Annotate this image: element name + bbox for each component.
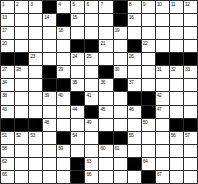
white-square[interactable]: 6 [85,1,98,13]
white-square[interactable]: 21 [99,40,112,52]
clue-number: 44 [72,106,77,112]
black-square [128,92,141,104]
clue-number: 14 [44,14,49,20]
black-square [57,79,70,91]
white-square[interactable] [57,158,70,170]
clue-number: 55 [129,132,134,138]
clue-number: 45 [100,106,105,112]
white-square[interactable] [184,40,197,52]
white-square[interactable]: 13 [1,14,14,26]
clue-number: 66 [86,171,91,177]
white-square[interactable]: 64 [142,158,155,170]
white-square[interactable]: 48 [43,119,56,131]
clue-number: 28 [16,66,21,72]
white-square[interactable] [170,158,183,170]
white-square[interactable]: 49 [85,119,98,131]
white-square[interactable] [15,27,28,39]
black-square [15,119,28,131]
white-square[interactable]: 42 [156,92,169,104]
clue-number: 19 [115,27,120,33]
white-square[interactable] [85,132,98,144]
white-square[interactable] [85,79,98,91]
clue-number: 49 [86,119,91,125]
clue-number: 5 [72,1,74,7]
white-square[interactable]: 55 [128,132,141,144]
white-square[interactable] [29,106,42,118]
white-square[interactable] [29,171,42,183]
white-square[interactable]: 62 [1,158,14,170]
clue-number: 16 [129,14,134,20]
white-square[interactable] [128,27,141,39]
black-square [43,66,56,78]
white-square[interactable] [15,92,28,104]
white-square[interactable] [85,27,98,39]
clue-number: 25 [86,53,91,59]
clue-number: 56 [171,132,176,138]
white-square[interactable] [170,27,183,39]
black-square [71,40,84,52]
white-square[interactable] [128,171,141,183]
white-square[interactable] [170,106,183,118]
white-square[interactable] [29,40,42,52]
clue-number: 29 [58,66,63,72]
black-square [142,106,155,118]
white-square[interactable] [142,66,155,78]
white-square[interactable] [156,79,169,91]
white-square[interactable]: 47 [156,106,169,118]
black-square [184,119,197,131]
white-square[interactable]: 34 [1,79,14,91]
white-square[interactable] [184,14,197,26]
clue-number: 13 [2,14,7,20]
clue-number: 21 [100,40,105,46]
clue-number: 34 [2,79,7,85]
clue-number: 15 [72,14,77,20]
white-square[interactable] [43,171,56,183]
white-square[interactable] [99,119,112,131]
white-square[interactable] [170,79,183,91]
clue-number: 52 [16,132,21,138]
clue-number: 50 [143,119,148,125]
white-square[interactable]: 63 [85,158,98,170]
white-square[interactable]: 23 [29,53,42,65]
white-square[interactable] [156,27,169,39]
white-square[interactable] [99,14,112,26]
white-square[interactable]: 40 [57,92,70,104]
black-square [29,119,42,131]
white-square[interactable]: 5 [71,1,84,13]
clue-number: 22 [143,40,148,46]
white-square[interactable] [142,27,155,39]
white-square[interactable] [15,145,28,157]
clue-number: 6 [86,1,88,7]
white-square[interactable]: 44 [71,106,84,118]
black-square [57,14,70,26]
clue-number: 54 [72,132,77,138]
white-square[interactable]: 43 [1,106,14,118]
clue-number: 4 [58,1,60,7]
white-square[interactable] [170,171,183,183]
white-square[interactable] [142,14,155,26]
black-square [114,14,127,26]
white-square[interactable] [128,66,141,78]
white-square[interactable]: 67 [156,171,169,183]
white-square[interactable]: 52 [15,132,28,144]
clue-number: 30 [115,66,120,72]
white-square[interactable]: 38 [1,92,14,104]
white-square[interactable] [184,27,197,39]
white-square[interactable]: 22 [142,40,155,52]
white-square[interactable]: 66 [85,171,98,183]
white-square[interactable]: 59 [57,145,70,157]
white-square[interactable]: 54 [71,132,84,144]
white-square[interactable] [71,66,84,78]
white-square[interactable]: 27 [1,66,14,78]
clue-number: 31 [157,66,162,72]
white-square[interactable] [15,40,28,52]
clue-number: 9 [143,1,145,7]
black-square [99,132,112,144]
white-square[interactable]: 16 [128,14,141,26]
white-square[interactable] [43,53,56,65]
white-square[interactable]: 51 [1,132,14,144]
clue-number: 26 [129,53,134,59]
white-square[interactable]: 1 [1,1,14,13]
white-square[interactable]: 8 [128,1,141,13]
white-square[interactable]: 36 [99,79,112,91]
white-square[interactable]: 61 [114,145,127,157]
white-square[interactable] [156,158,169,170]
white-square[interactable] [71,145,84,157]
black-square [114,132,127,144]
clue-number: 61 [115,145,120,151]
white-square[interactable]: 29 [57,66,70,78]
black-square [71,92,84,104]
white-square[interactable] [15,106,28,118]
white-square[interactable] [85,145,98,157]
black-square [43,1,56,13]
white-square[interactable]: 33 [184,66,197,78]
white-square[interactable] [184,106,197,118]
white-square[interactable]: 3 [29,1,42,13]
black-square [156,53,169,65]
clue-number: 63 [86,158,91,164]
white-square[interactable]: 45 [99,106,112,118]
clue-number: 38 [2,92,7,98]
white-square[interactable]: 24 [71,53,84,65]
white-square[interactable] [128,145,141,157]
white-square[interactable] [29,92,42,104]
black-square [142,171,155,183]
white-square[interactable]: 65 [1,171,14,183]
clue-number: 36 [100,79,105,85]
white-square[interactable]: 25 [85,53,98,65]
white-square[interactable]: 60 [99,145,112,157]
white-square[interactable] [114,171,127,183]
white-square[interactable] [142,132,155,144]
black-square [184,53,197,65]
clue-number: 48 [44,119,49,125]
clue-number: 51 [2,132,7,138]
crossword-grid: 1234567891011121314151617181920212223242… [0,0,198,184]
white-square[interactable] [128,119,141,131]
clue-number: 47 [157,106,162,112]
white-square[interactable]: 39 [43,92,56,104]
clue-number: 2 [16,1,18,7]
white-square[interactable] [71,119,84,131]
white-square[interactable] [15,158,28,170]
clue-number: 8 [129,1,131,7]
black-square [170,53,183,65]
white-square[interactable] [15,14,28,26]
white-square[interactable] [170,14,183,26]
white-square[interactable]: 19 [114,27,127,39]
clue-number: 37 [129,79,134,85]
clue-number: 18 [58,27,63,33]
black-square [99,66,112,78]
clue-number: 65 [2,171,7,177]
white-square[interactable]: 28 [15,66,28,78]
white-square[interactable]: 35 [71,79,84,91]
white-square[interactable] [170,40,183,52]
white-square[interactable]: 15 [71,14,84,26]
white-square[interactable] [29,145,42,157]
white-square[interactable] [15,171,28,183]
white-square[interactable] [99,171,112,183]
clue-number: 7 [100,1,102,7]
black-square [170,119,183,131]
white-square[interactable] [43,106,56,118]
white-square[interactable] [142,145,155,157]
white-square[interactable]: 10 [156,1,169,13]
white-square[interactable] [114,119,127,131]
white-square[interactable]: 4 [57,1,70,13]
clue-number: 24 [72,53,77,59]
clue-number: 39 [44,92,49,98]
clue-number: 67 [157,171,162,177]
white-square[interactable] [184,145,197,157]
white-square[interactable] [85,14,98,26]
black-square [43,79,56,91]
white-square[interactable] [99,158,112,170]
white-square[interactable]: 37 [128,79,141,91]
white-square[interactable]: 18 [57,27,70,39]
white-square[interactable]: 17 [1,27,14,39]
clue-number: 27 [2,66,7,72]
white-square[interactable]: 41 [85,92,98,104]
white-square[interactable] [43,158,56,170]
black-square [128,158,141,170]
white-square[interactable]: 46 [128,106,141,118]
clue-number: 20 [2,40,7,46]
white-square[interactable]: 20 [1,40,14,52]
clue-number: 17 [2,27,7,33]
white-square[interactable] [29,27,42,39]
white-square[interactable] [43,40,56,52]
white-square[interactable] [114,53,127,65]
white-square[interactable]: 11 [170,1,183,13]
clue-number: 41 [86,92,91,98]
white-square[interactable] [15,79,28,91]
black-square [114,1,127,13]
clue-number: 64 [143,158,148,164]
white-square[interactable] [57,106,70,118]
white-square[interactable]: 53 [29,132,42,144]
clue-number: 10 [157,1,162,7]
white-square[interactable] [43,27,56,39]
clue-number: 33 [185,66,190,72]
white-square[interactable] [114,92,127,104]
white-square[interactable] [29,79,42,91]
white-square[interactable] [142,53,155,65]
white-square[interactable] [99,92,112,104]
black-square [114,79,127,91]
clue-number: 62 [2,158,7,164]
white-square[interactable] [156,14,169,26]
clue-number: 46 [129,106,134,112]
white-square[interactable] [43,132,56,144]
black-square [71,158,84,170]
white-square[interactable] [170,92,183,104]
clue-number: 43 [2,106,7,112]
white-square[interactable]: 32 [170,66,183,78]
white-square[interactable]: 2 [15,1,28,13]
black-square [1,53,14,65]
clue-number: 32 [171,66,176,72]
white-square[interactable] [142,79,155,91]
white-square[interactable] [114,158,127,170]
white-square[interactable]: 31 [156,66,169,78]
clue-number: 40 [58,92,63,98]
black-square [57,132,70,144]
white-square[interactable]: 12 [184,1,197,13]
white-square[interactable] [114,40,127,52]
clue-number: 42 [157,92,162,98]
black-square [15,53,28,65]
white-square[interactable] [156,40,169,52]
white-square[interactable] [184,92,197,104]
white-square[interactable] [57,171,70,183]
white-square[interactable] [114,106,127,118]
white-square[interactable] [29,14,42,26]
clue-number: 23 [30,53,35,59]
white-square[interactable] [170,145,183,157]
clue-number: 53 [30,132,35,138]
white-square[interactable] [156,132,169,144]
white-square[interactable]: 7 [99,1,112,13]
white-square[interactable]: 14 [43,14,56,26]
clue-number: 59 [58,145,63,151]
white-square[interactable] [57,119,70,131]
white-square[interactable] [156,145,169,157]
black-square [71,171,84,183]
clue-number: 58 [2,145,7,151]
white-square[interactable] [184,158,197,170]
white-square[interactable] [99,27,112,39]
clue-number: 1 [2,1,4,7]
white-square[interactable]: 26 [128,53,141,65]
white-square[interactable]: 57 [184,132,197,144]
white-square[interactable]: 58 [1,145,14,157]
black-square [85,106,98,118]
white-square[interactable] [29,158,42,170]
black-square [142,92,155,104]
white-square[interactable]: 50 [142,119,155,131]
white-square[interactable] [29,66,42,78]
black-square [85,40,98,52]
white-square[interactable]: 30 [114,66,127,78]
white-square[interactable] [99,53,112,65]
white-square[interactable] [57,40,70,52]
white-square[interactable] [43,145,56,157]
white-square[interactable]: 9 [142,1,155,13]
white-square[interactable] [156,119,169,131]
clue-number: 57 [185,132,190,138]
clue-number: 35 [72,79,77,85]
white-square[interactable] [85,66,98,78]
clue-number: 3 [30,1,32,7]
white-square[interactable] [57,53,70,65]
white-square[interactable]: 56 [170,132,183,144]
white-square[interactable] [184,79,197,91]
clue-number: 12 [185,1,190,7]
black-square [128,40,141,52]
white-square[interactable] [71,27,84,39]
black-square [1,119,14,131]
clue-number: 60 [100,145,105,151]
white-square[interactable] [184,171,197,183]
clue-number: 11 [171,1,175,7]
